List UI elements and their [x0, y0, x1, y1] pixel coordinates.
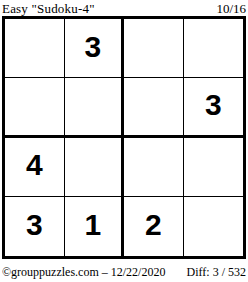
difficulty-text: Diff: 3 / 532	[187, 265, 246, 279]
cell-r4c4[interactable]	[184, 197, 244, 256]
cell-r4c3[interactable]: 2	[124, 197, 184, 256]
footer: ©grouppuzzles.com – 12/22/2020 Diff: 3 /…	[2, 265, 246, 279]
cell-r3c4[interactable]	[184, 138, 244, 197]
cell-r1c1[interactable]	[5, 19, 65, 78]
sudoku-board: 3 3 4 3 1 2	[2, 16, 246, 259]
cell-r2c1[interactable]	[5, 78, 65, 137]
cell-r3c2[interactable]	[65, 138, 125, 197]
cell-r1c3[interactable]	[124, 19, 184, 78]
cell-r3c3[interactable]	[124, 138, 184, 197]
puzzle-page: Easy "Sudoku-4" 10/16 3 3 4 3 1 2 ©group…	[0, 0, 248, 282]
cell-r4c2[interactable]: 1	[65, 197, 125, 256]
cell-r1c4[interactable]	[184, 19, 244, 78]
header: Easy "Sudoku-4" 10/16	[2, 0, 246, 16]
cell-r4c1[interactable]: 3	[5, 197, 65, 256]
cell-r2c2[interactable]	[65, 78, 125, 137]
cell-r2c4[interactable]: 3	[184, 78, 244, 137]
cell-r1c2[interactable]: 3	[65, 19, 125, 78]
cell-r3c1[interactable]: 4	[5, 138, 65, 197]
cell-r2c3[interactable]	[124, 78, 184, 137]
puzzle-title: Easy "Sudoku-4"	[2, 1, 95, 16]
copyright-text: ©grouppuzzles.com – 12/22/2020	[2, 265, 165, 279]
page-number: 10/16	[216, 1, 246, 16]
